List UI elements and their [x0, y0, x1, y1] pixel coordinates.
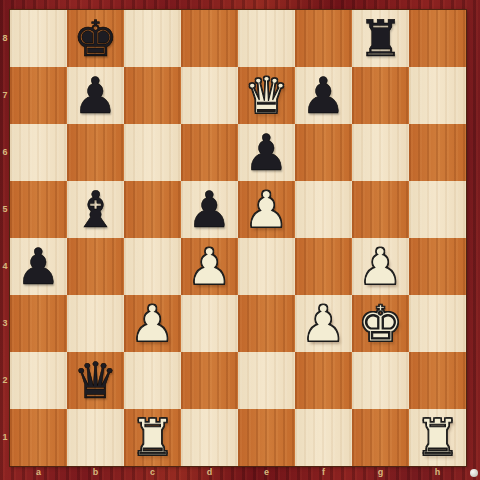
- square-h3[interactable]: [409, 295, 466, 352]
- square-d3[interactable]: [181, 295, 238, 352]
- white-rook[interactable]: ♜: [124, 409, 181, 466]
- square-c5[interactable]: [124, 181, 181, 238]
- white-pawn[interactable]: ♟: [124, 295, 181, 352]
- square-a7[interactable]: [10, 67, 67, 124]
- white-pawn[interactable]: ♟: [238, 181, 295, 238]
- white-pawn[interactable]: ♟: [181, 238, 238, 295]
- square-d8[interactable]: [181, 10, 238, 67]
- square-c7[interactable]: [124, 67, 181, 124]
- square-e3[interactable]: [238, 295, 295, 352]
- white-pawn[interactable]: ♟: [352, 238, 409, 295]
- file-label-d: d: [181, 466, 238, 480]
- square-f4[interactable]: [295, 238, 352, 295]
- square-g2[interactable]: [352, 352, 409, 409]
- square-a1[interactable]: [10, 409, 67, 466]
- black-pawn[interactable]: ♟: [10, 238, 67, 295]
- rank-label-5: 5: [0, 181, 10, 238]
- white-queen[interactable]: ♛: [238, 67, 295, 124]
- black-queen[interactable]: ♛: [67, 352, 124, 409]
- square-c2[interactable]: [124, 352, 181, 409]
- square-e4[interactable]: [238, 238, 295, 295]
- square-h7[interactable]: [409, 67, 466, 124]
- square-e2[interactable]: [238, 352, 295, 409]
- square-e8[interactable]: [238, 10, 295, 67]
- square-c4[interactable]: [124, 238, 181, 295]
- white-pawn[interactable]: ♟: [295, 295, 352, 352]
- square-b3[interactable]: [67, 295, 124, 352]
- rank-label-4: 4: [0, 238, 10, 295]
- square-h2[interactable]: [409, 352, 466, 409]
- square-f8[interactable]: [295, 10, 352, 67]
- square-d7[interactable]: [181, 67, 238, 124]
- rank-label-1: 1: [0, 409, 10, 466]
- rank-label-7: 7: [0, 67, 10, 124]
- square-b1[interactable]: [67, 409, 124, 466]
- square-f6[interactable]: [295, 124, 352, 181]
- square-a2[interactable]: [10, 352, 67, 409]
- rank-label-8: 8: [0, 10, 10, 67]
- black-pawn[interactable]: ♟: [67, 67, 124, 124]
- rank-label-6: 6: [0, 124, 10, 181]
- square-b6[interactable]: [67, 124, 124, 181]
- black-king[interactable]: ♚: [67, 10, 124, 67]
- file-label-a: a: [10, 466, 67, 480]
- square-a8[interactable]: [10, 10, 67, 67]
- square-g5[interactable]: [352, 181, 409, 238]
- black-pawn[interactable]: ♟: [238, 124, 295, 181]
- square-a3[interactable]: [10, 295, 67, 352]
- square-g7[interactable]: [352, 67, 409, 124]
- square-d2[interactable]: [181, 352, 238, 409]
- file-label-g: g: [352, 466, 409, 480]
- square-f1[interactable]: [295, 409, 352, 466]
- square-d1[interactable]: [181, 409, 238, 466]
- file-label-h: h: [409, 466, 466, 480]
- black-rook[interactable]: ♜: [352, 10, 409, 67]
- square-f5[interactable]: [295, 181, 352, 238]
- board-frame: ♚♜♟♛♟♟♝♟♟♟♟♟♟♟♚♛♜♜ 87654321abcdefgh: [0, 0, 480, 480]
- black-bishop[interactable]: ♝: [67, 181, 124, 238]
- square-g6[interactable]: [352, 124, 409, 181]
- square-c8[interactable]: [124, 10, 181, 67]
- square-c6[interactable]: [124, 124, 181, 181]
- square-d6[interactable]: [181, 124, 238, 181]
- logo-dot: [470, 469, 478, 477]
- square-a6[interactable]: [10, 124, 67, 181]
- square-h8[interactable]: [409, 10, 466, 67]
- white-rook[interactable]: ♜: [409, 409, 466, 466]
- square-b4[interactable]: [67, 238, 124, 295]
- black-pawn[interactable]: ♟: [295, 67, 352, 124]
- square-h5[interactable]: [409, 181, 466, 238]
- chess-board: ♚♜♟♛♟♟♝♟♟♟♟♟♟♟♚♛♜♜: [10, 10, 466, 466]
- file-label-f: f: [295, 466, 352, 480]
- square-h6[interactable]: [409, 124, 466, 181]
- file-label-b: b: [67, 466, 124, 480]
- square-e1[interactable]: [238, 409, 295, 466]
- black-pawn[interactable]: ♟: [181, 181, 238, 238]
- square-a5[interactable]: [10, 181, 67, 238]
- square-g1[interactable]: [352, 409, 409, 466]
- square-f2[interactable]: [295, 352, 352, 409]
- rank-label-2: 2: [0, 352, 10, 409]
- white-king[interactable]: ♚: [352, 295, 409, 352]
- file-label-e: e: [238, 466, 295, 480]
- file-label-c: c: [124, 466, 181, 480]
- square-h4[interactable]: [409, 238, 466, 295]
- rank-label-3: 3: [0, 295, 10, 352]
